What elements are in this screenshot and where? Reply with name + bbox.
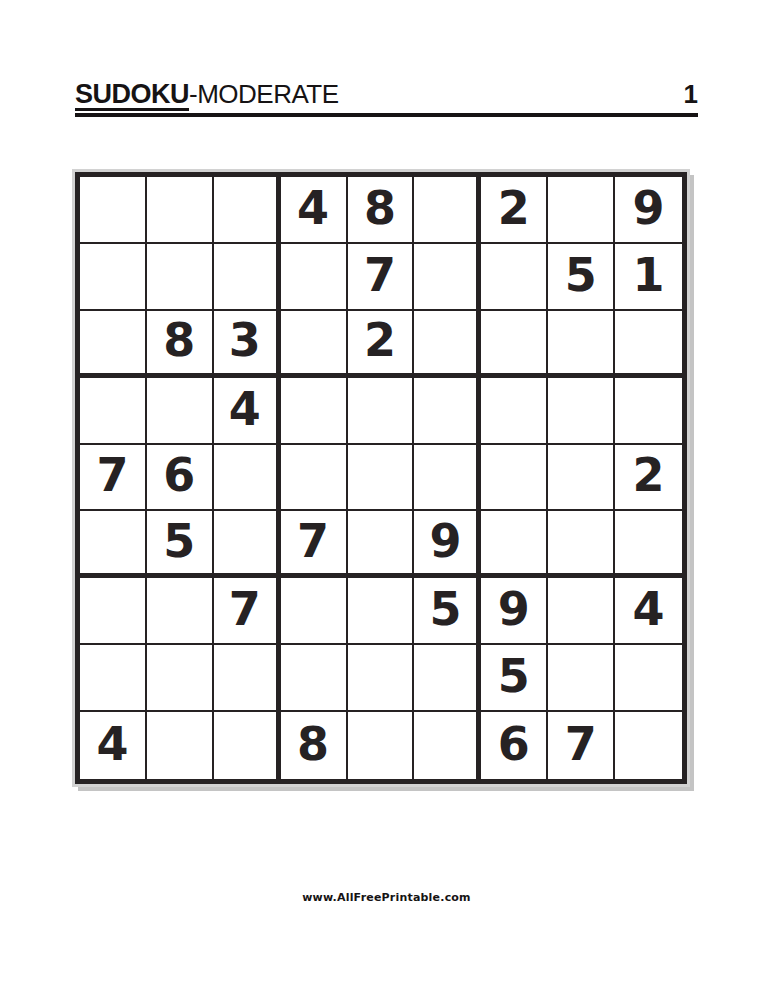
cell-r9c6	[414, 712, 481, 779]
cell-r8c4	[281, 645, 348, 712]
cell-r2c7	[481, 244, 548, 311]
cell-r3c2: 8	[147, 311, 214, 378]
cell-r4c4	[281, 378, 348, 445]
cell-r5c2: 6	[147, 445, 214, 512]
cell-r5c6	[414, 445, 481, 512]
cell-r7c5	[348, 578, 415, 645]
cell-r3c6	[414, 311, 481, 378]
source-url: www.AllFreePrintable.com	[0, 891, 773, 904]
cell-r8c1	[80, 645, 147, 712]
cell-r9c2	[147, 712, 214, 779]
cell-r3c7	[481, 311, 548, 378]
cell-r6c2: 5	[147, 511, 214, 578]
cell-r6c7	[481, 511, 548, 578]
printable-page: SUDOKU -MODERATE 1 482975183247625797594…	[0, 0, 773, 1000]
cell-r6c1	[80, 511, 147, 578]
cell-r8c3	[214, 645, 281, 712]
cell-r4c8	[548, 378, 615, 445]
cell-r5c1: 7	[80, 445, 147, 512]
cell-r9c4: 8	[281, 712, 348, 779]
cell-r4c1	[80, 378, 147, 445]
cell-r2c4	[281, 244, 348, 311]
cell-r2c1	[80, 244, 147, 311]
cell-r5c4	[281, 445, 348, 512]
cell-r5c5	[348, 445, 415, 512]
cell-r5c9: 2	[615, 445, 682, 512]
difficulty-label: -MODERATE	[189, 79, 339, 110]
cell-r7c7: 9	[481, 578, 548, 645]
cell-r9c1: 4	[80, 712, 147, 779]
cell-r4c3: 4	[214, 378, 281, 445]
cell-r4c2	[147, 378, 214, 445]
cell-r2c9: 1	[615, 244, 682, 311]
cell-r1c6	[414, 177, 481, 244]
cell-r4c6	[414, 378, 481, 445]
cell-r5c8	[548, 445, 615, 512]
sudoku-board: 48297518324762579759454867	[75, 172, 687, 784]
cell-r6c3	[214, 511, 281, 578]
cell-r3c8	[548, 311, 615, 378]
cell-r9c9	[615, 712, 682, 779]
cell-r3c3: 3	[214, 311, 281, 378]
cell-r7c1	[80, 578, 147, 645]
cell-r1c2	[147, 177, 214, 244]
cell-r4c5	[348, 378, 415, 445]
cell-r4c7	[481, 378, 548, 445]
cell-r9c7: 6	[481, 712, 548, 779]
cell-r1c3	[214, 177, 281, 244]
cell-r8c6	[414, 645, 481, 712]
cell-r6c8	[548, 511, 615, 578]
cell-r1c1	[80, 177, 147, 244]
cell-r1c5: 8	[348, 177, 415, 244]
cell-r7c9: 4	[615, 578, 682, 645]
cell-r8c2	[147, 645, 214, 712]
cell-r6c6: 9	[414, 511, 481, 578]
cell-r9c8: 7	[548, 712, 615, 779]
page-header: SUDOKU -MODERATE 1	[75, 79, 698, 117]
cell-r3c9	[615, 311, 682, 378]
cell-r1c8	[548, 177, 615, 244]
page-number: 1	[684, 79, 698, 110]
cell-r8c7: 5	[481, 645, 548, 712]
cell-r1c4: 4	[281, 177, 348, 244]
cell-r9c5	[348, 712, 415, 779]
cell-r3c1	[80, 311, 147, 378]
cell-r9c3	[214, 712, 281, 779]
cell-r8c8	[548, 645, 615, 712]
cell-r2c8: 5	[548, 244, 615, 311]
cell-r3c4	[281, 311, 348, 378]
cell-r2c5: 7	[348, 244, 415, 311]
cell-r2c2	[147, 244, 214, 311]
cell-r7c2	[147, 578, 214, 645]
cell-r2c3	[214, 244, 281, 311]
cell-r7c8	[548, 578, 615, 645]
cell-r8c5	[348, 645, 415, 712]
cell-r7c4	[281, 578, 348, 645]
cell-r4c9	[615, 378, 682, 445]
puzzle-title: SUDOKU	[75, 79, 189, 110]
cell-r1c9: 9	[615, 177, 682, 244]
cell-r1c7: 2	[481, 177, 548, 244]
cell-r8c9	[615, 645, 682, 712]
cell-r2c6	[414, 244, 481, 311]
cell-r5c7	[481, 445, 548, 512]
cell-r7c3: 7	[214, 578, 281, 645]
cell-r6c9	[615, 511, 682, 578]
cell-r3c5: 2	[348, 311, 415, 378]
cell-r6c5	[348, 511, 415, 578]
sudoku-board-frame: 48297518324762579759454867	[75, 172, 687, 784]
cell-r7c6: 5	[414, 578, 481, 645]
cell-r5c3	[214, 445, 281, 512]
cell-r6c4: 7	[281, 511, 348, 578]
